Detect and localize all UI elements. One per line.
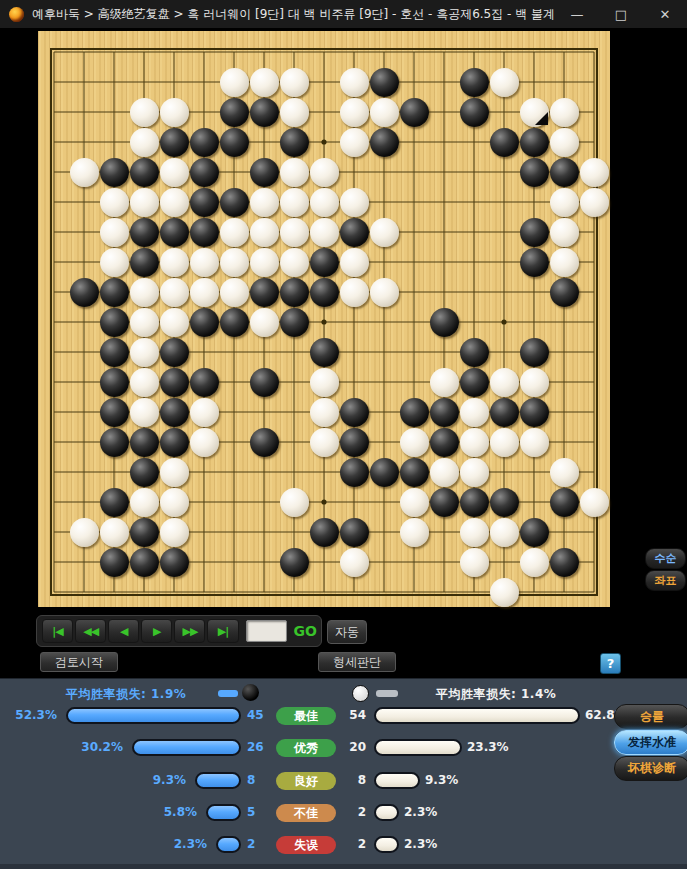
stone-white [310,428,339,457]
stone-white [100,518,129,547]
stone-white [460,548,489,577]
stone-white [160,158,189,187]
stone-black [310,338,339,367]
stone-white [70,158,99,187]
stone-white [160,488,189,517]
help-icon[interactable]: ? [600,653,621,674]
review-start-button[interactable]: 검토시작 [40,652,118,672]
black-row-count: 26 [247,740,264,754]
last-move-button[interactable]: ▶| [207,619,238,643]
stone-black [220,308,249,337]
close-button[interactable]: ✕ [643,0,687,28]
stone-black [160,218,189,247]
stone-black [130,458,159,487]
stone-white [160,458,189,487]
stone-black [460,488,489,517]
category-pill[interactable]: 良好 [276,772,336,790]
stone-white [130,488,159,517]
white-avg-loss-header: 平均胜率损失: 1.4% [436,686,556,703]
stone-black [520,158,549,187]
stone-white [130,368,159,397]
white-row-count: 8 [332,773,366,787]
stone-white [100,188,129,217]
stone-white [370,98,399,127]
stone-white [130,128,159,157]
stone-white [190,428,219,457]
go-board[interactable] [38,31,610,607]
stone-white [580,158,609,187]
stone-black [370,68,399,97]
last-move-marker-icon [535,112,548,125]
stone-white [190,278,219,307]
stone-white [310,368,339,397]
stone-black [190,158,219,187]
coordinates-button[interactable]: 좌표 [645,570,686,591]
stone-black [220,188,249,217]
stone-white [550,218,579,247]
stone-white [100,248,129,277]
stone-white [460,518,489,547]
stone-black [190,218,219,247]
stone-black [100,398,129,427]
minimize-button[interactable]: — [555,0,599,28]
stone-white [370,218,399,247]
black-dash-icon [218,690,238,697]
white-dash-icon [376,690,398,697]
stone-white [130,338,159,367]
category-pill[interactable]: 最佳 [276,707,336,725]
stone-white [250,308,279,337]
stone-white [580,188,609,217]
move-number-input[interactable] [246,620,287,642]
black-row-count: 8 [247,773,255,787]
black-avg-loss-header: 平均胜率损失: 1.9% [66,686,186,703]
stone-black [130,548,159,577]
stone-black [160,338,189,367]
white-row-pct: 23.3% [467,740,509,754]
stone-white [490,578,519,607]
stone-white [430,458,459,487]
move-nav-bar: |◀◀◀◀▶▶▶▶| GO [36,615,322,647]
stone-black [130,158,159,187]
stone-white [250,188,279,217]
back-button[interactable]: ◀ [108,619,139,643]
black-row-count: 5 [247,805,255,819]
stone-white [190,248,219,277]
black-row-pct: 9.3% [122,773,186,787]
stone-black [100,158,129,187]
window-title: 예후바둑 > 高级绝艺复盘 > 흑 러너웨이 [9단] 대 백 비주류 [9단]… [32,6,555,23]
stone-white [160,248,189,277]
stone-white [370,278,399,307]
stone-white [340,68,369,97]
stone-black [430,488,459,517]
stone-white [250,68,279,97]
stone-black [190,128,219,157]
stone-black [430,398,459,427]
fast-forward-button[interactable]: ▶▶ [174,619,205,643]
stone-black [460,338,489,367]
stone-black [130,428,159,457]
stone-black [190,368,219,397]
stone-black [520,518,549,547]
category-pill[interactable]: 失误 [276,836,336,854]
fast-back-button[interactable]: ◀◀ [75,619,106,643]
stone-black [520,398,549,427]
stone-black [280,548,309,577]
stone-white [130,98,159,127]
bottom-strip [0,864,687,869]
stone-black [550,278,579,307]
stone-white [550,128,579,157]
stats-panel: 平均胜率损失: 1.9% 平均胜率损失: 1.4% 52.3%4530.2%26… [0,678,687,869]
black-row-pct: 2.3% [143,837,207,851]
performance-level-button[interactable]: 发挥水准 [614,730,687,755]
stone-black [160,128,189,157]
white-stone-icon [352,685,369,702]
stone-white [70,518,99,547]
stone-white [220,218,249,247]
stone-black [100,488,129,517]
black-row-bar [216,836,241,853]
stone-white [400,518,429,547]
stone-white [340,248,369,277]
stone-black [370,128,399,157]
stone-black [160,398,189,427]
stone-black [220,128,249,157]
stone-white [490,368,519,397]
stone-black [430,308,459,337]
stone-white [280,218,309,247]
stone-white [550,248,579,277]
stone-white [340,278,369,307]
black-stone-icon [242,684,259,701]
stone-white [340,548,369,577]
stone-white [100,218,129,247]
stone-white [430,368,459,397]
forward-button[interactable]: ▶ [141,619,172,643]
stone-white [490,428,519,457]
black-row-pct: 52.3% [0,708,57,722]
stone-white [550,188,579,217]
stone-white [310,218,339,247]
stone-white [280,158,309,187]
stone-black [220,98,249,127]
stone-black [340,398,369,427]
category-pill[interactable]: 不佳 [276,804,336,822]
stone-black [520,218,549,247]
stone-white [310,398,339,427]
stone-black [100,368,129,397]
stone-black [100,548,129,577]
stone-black [100,308,129,337]
stone-black [520,248,549,277]
white-row-pct: 9.3% [425,773,458,787]
black-row-bar [132,739,241,756]
stone-white [580,488,609,517]
stone-black [280,278,309,307]
white-row-count: 20 [332,740,366,754]
stone-black [250,368,279,397]
stone-white [400,428,429,457]
stone-white [550,98,579,127]
title-bar: 예후바둑 > 高级绝艺复盘 > 흑 러너웨이 [9단] 대 백 비주류 [9단]… [0,0,687,29]
white-row-pct: 2.3% [404,837,437,851]
white-row-bar [374,772,420,789]
stone-black [190,188,219,217]
stone-white [460,428,489,457]
stone-white [130,308,159,337]
stone-black [190,308,219,337]
first-move-button[interactable]: |◀ [42,619,73,643]
stone-white [460,398,489,427]
stone-white [340,188,369,217]
stone-white [160,518,189,547]
stone-black [250,158,279,187]
black-row-bar [195,772,241,789]
stone-black [550,488,579,517]
stone-black [400,398,429,427]
stone-white [160,188,189,217]
stone-white [160,98,189,127]
white-row-count: 54 [332,708,366,722]
stone-black [370,458,399,487]
move-sequence-button[interactable]: 수순 [645,548,686,569]
app-icon [9,7,24,22]
position-judge-button[interactable]: 형세판단 [318,652,396,672]
stone-black [430,428,459,457]
stone-black [400,458,429,487]
white-row-bar [374,707,580,724]
stone-white [220,278,249,307]
stone-white [490,518,519,547]
stone-white [220,248,249,277]
stone-white [280,188,309,217]
stone-white [280,248,309,277]
stone-white [520,98,549,127]
stone-white [280,98,309,127]
stone-black [70,278,99,307]
go-button[interactable]: GO [294,623,317,639]
stone-black [160,368,189,397]
auto-play-button[interactable]: 자동 [327,620,367,644]
stone-black [100,428,129,457]
stone-black [520,338,549,367]
stone-white [550,458,579,487]
stone-black [280,128,309,157]
black-row-bar [66,707,241,724]
white-row-bar [374,836,399,853]
stone-black [280,308,309,337]
black-row-count: 2 [247,837,255,851]
stone-black [460,68,489,97]
stone-black [550,158,579,187]
stone-white [160,278,189,307]
white-row-pct: 2.3% [404,805,437,819]
stone-white [340,98,369,127]
bad-move-diagnosis-button[interactable]: 坏棋诊断 [614,756,687,781]
maximize-button[interactable]: □ [599,0,643,28]
stone-white [520,548,549,577]
stone-white [130,278,159,307]
stone-black [100,338,129,367]
stone-white [490,68,519,97]
stone-black [340,518,369,547]
stone-white [520,368,549,397]
stone-white [310,188,339,217]
white-row-bar [374,804,399,821]
stone-black [250,98,279,127]
stone-black [340,458,369,487]
stone-white [280,68,309,97]
stone-black [520,128,549,157]
white-row-count: 2 [332,837,366,851]
stone-black [160,548,189,577]
stone-white [250,248,279,277]
stone-black [250,278,279,307]
black-row-count: 45 [247,708,264,722]
stone-black [490,488,519,517]
stone-black [130,218,159,247]
stone-white [130,398,159,427]
stone-black [130,518,159,547]
stone-black [460,368,489,397]
stone-white [520,428,549,457]
stone-white [460,458,489,487]
stone-white [310,158,339,187]
stone-white [340,128,369,157]
stone-black [490,398,519,427]
stone-black [310,248,339,277]
stone-white [400,488,429,517]
white-row-bar [374,739,462,756]
category-pill[interactable]: 优秀 [276,739,336,757]
stone-black [340,428,369,457]
black-row-pct: 30.2% [59,740,123,754]
stone-black [490,128,519,157]
win-rate-button[interactable]: 승률 [614,704,687,729]
stone-white [130,188,159,217]
stone-black [310,278,339,307]
stone-black [250,428,279,457]
black-row-pct: 5.8% [133,805,197,819]
stone-black [340,218,369,247]
stone-black [310,518,339,547]
stone-white [160,308,189,337]
stone-black [400,98,429,127]
stone-black [100,278,129,307]
stone-black [550,548,579,577]
stone-black [460,98,489,127]
stone-white [280,488,309,517]
stone-white [250,218,279,247]
stone-white [220,68,249,97]
stone-black [130,248,159,277]
stone-white [190,398,219,427]
stone-black [160,428,189,457]
white-row-count: 2 [332,805,366,819]
black-row-bar [206,804,241,821]
